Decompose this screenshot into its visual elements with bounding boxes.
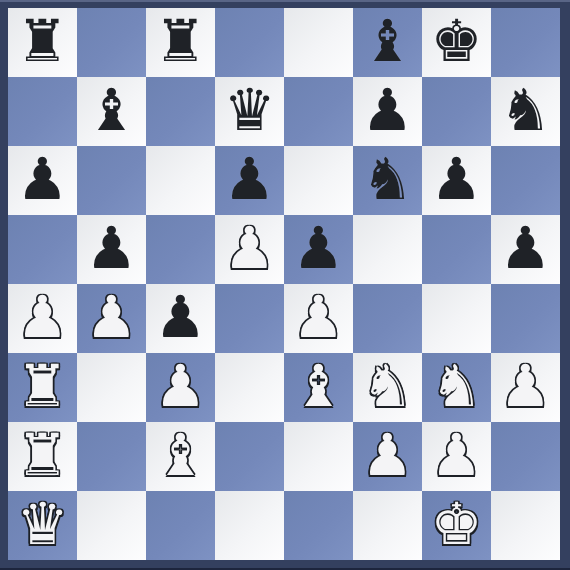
- square-a2[interactable]: ♜: [8, 422, 77, 491]
- piece-white-pawn[interactable]: ♟: [86, 288, 138, 346]
- square-d7[interactable]: ♛: [215, 77, 284, 146]
- square-b6[interactable]: [77, 146, 146, 215]
- square-f3[interactable]: ♞: [353, 353, 422, 422]
- square-c3[interactable]: ♟: [146, 353, 215, 422]
- square-h4[interactable]: [491, 284, 560, 353]
- square-g1[interactable]: ♚: [422, 491, 491, 560]
- square-e4[interactable]: ♟: [284, 284, 353, 353]
- square-c8[interactable]: ♜: [146, 8, 215, 77]
- square-a1[interactable]: ♛: [8, 491, 77, 560]
- piece-black-rook[interactable]: ♜: [155, 12, 207, 70]
- piece-black-pawn[interactable]: ♟: [431, 150, 483, 208]
- piece-black-king[interactable]: ♚: [431, 12, 483, 70]
- square-d2[interactable]: [215, 422, 284, 491]
- board-frame: ♜♜♝♚♝♛♟♞♟♟♞♟♟♟♟♟♟♟♟♟♜♟♝♞♞♟♜♝♟♟♛♚: [0, 0, 570, 570]
- piece-white-pawn[interactable]: ♟: [293, 288, 345, 346]
- square-g2[interactable]: ♟: [422, 422, 491, 491]
- square-d3[interactable]: [215, 353, 284, 422]
- square-g8[interactable]: ♚: [422, 8, 491, 77]
- piece-white-pawn[interactable]: ♟: [155, 357, 207, 415]
- piece-white-pawn[interactable]: ♟: [431, 426, 483, 484]
- square-a8[interactable]: ♜: [8, 8, 77, 77]
- square-f1[interactable]: [353, 491, 422, 560]
- piece-black-pawn[interactable]: ♟: [155, 288, 207, 346]
- piece-white-king[interactable]: ♚: [431, 495, 483, 553]
- square-g4[interactable]: [422, 284, 491, 353]
- piece-white-bishop[interactable]: ♝: [155, 426, 207, 484]
- square-h2[interactable]: [491, 422, 560, 491]
- square-b8[interactable]: [77, 8, 146, 77]
- square-h5[interactable]: ♟: [491, 215, 560, 284]
- square-f4[interactable]: [353, 284, 422, 353]
- piece-black-pawn[interactable]: ♟: [224, 150, 276, 208]
- square-h3[interactable]: ♟: [491, 353, 560, 422]
- square-e2[interactable]: [284, 422, 353, 491]
- piece-black-rook[interactable]: ♜: [17, 12, 69, 70]
- piece-black-bishop[interactable]: ♝: [362, 12, 414, 70]
- square-e8[interactable]: [284, 8, 353, 77]
- square-e5[interactable]: ♟: [284, 215, 353, 284]
- piece-white-rook[interactable]: ♜: [17, 357, 69, 415]
- square-e3[interactable]: ♝: [284, 353, 353, 422]
- piece-black-pawn[interactable]: ♟: [293, 219, 345, 277]
- square-g5[interactable]: [422, 215, 491, 284]
- piece-black-pawn[interactable]: ♟: [17, 150, 69, 208]
- piece-white-pawn[interactable]: ♟: [500, 357, 552, 415]
- piece-black-knight[interactable]: ♞: [362, 150, 414, 208]
- square-e1[interactable]: [284, 491, 353, 560]
- piece-black-pawn[interactable]: ♟: [362, 81, 414, 139]
- square-h8[interactable]: [491, 8, 560, 77]
- square-b3[interactable]: [77, 353, 146, 422]
- square-e7[interactable]: [284, 77, 353, 146]
- piece-black-pawn[interactable]: ♟: [500, 219, 552, 277]
- piece-white-pawn[interactable]: ♟: [362, 426, 414, 484]
- square-a6[interactable]: ♟: [8, 146, 77, 215]
- square-c1[interactable]: [146, 491, 215, 560]
- square-f5[interactable]: [353, 215, 422, 284]
- square-c6[interactable]: [146, 146, 215, 215]
- square-d1[interactable]: [215, 491, 284, 560]
- piece-white-bishop[interactable]: ♝: [293, 357, 345, 415]
- piece-white-knight[interactable]: ♞: [431, 357, 483, 415]
- square-a4[interactable]: ♟: [8, 284, 77, 353]
- square-f2[interactable]: ♟: [353, 422, 422, 491]
- square-f8[interactable]: ♝: [353, 8, 422, 77]
- square-h7[interactable]: ♞: [491, 77, 560, 146]
- square-b2[interactable]: [77, 422, 146, 491]
- square-a3[interactable]: ♜: [8, 353, 77, 422]
- square-c4[interactable]: ♟: [146, 284, 215, 353]
- square-b5[interactable]: ♟: [77, 215, 146, 284]
- square-g3[interactable]: ♞: [422, 353, 491, 422]
- piece-black-bishop[interactable]: ♝: [86, 81, 138, 139]
- square-h1[interactable]: [491, 491, 560, 560]
- square-b1[interactable]: [77, 491, 146, 560]
- square-f6[interactable]: ♞: [353, 146, 422, 215]
- square-d4[interactable]: [215, 284, 284, 353]
- square-d6[interactable]: ♟: [215, 146, 284, 215]
- square-b7[interactable]: ♝: [77, 77, 146, 146]
- square-c5[interactable]: [146, 215, 215, 284]
- piece-black-knight[interactable]: ♞: [500, 81, 552, 139]
- piece-white-knight[interactable]: ♞: [362, 357, 414, 415]
- square-a5[interactable]: [8, 215, 77, 284]
- piece-white-pawn[interactable]: ♟: [224, 219, 276, 277]
- square-a7[interactable]: [8, 77, 77, 146]
- piece-black-queen[interactable]: ♛: [224, 81, 276, 139]
- square-g6[interactable]: ♟: [422, 146, 491, 215]
- square-e6[interactable]: [284, 146, 353, 215]
- square-f7[interactable]: ♟: [353, 77, 422, 146]
- piece-white-queen[interactable]: ♛: [17, 495, 69, 553]
- square-b4[interactable]: ♟: [77, 284, 146, 353]
- chess-board: ♜♜♝♚♝♛♟♞♟♟♞♟♟♟♟♟♟♟♟♟♜♟♝♞♞♟♜♝♟♟♛♚: [8, 8, 560, 560]
- square-h6[interactable]: [491, 146, 560, 215]
- square-c7[interactable]: [146, 77, 215, 146]
- square-c2[interactable]: ♝: [146, 422, 215, 491]
- piece-white-pawn[interactable]: ♟: [17, 288, 69, 346]
- square-d8[interactable]: [215, 8, 284, 77]
- square-g7[interactable]: [422, 77, 491, 146]
- square-d5[interactable]: ♟: [215, 215, 284, 284]
- piece-white-rook[interactable]: ♜: [17, 426, 69, 484]
- piece-black-pawn[interactable]: ♟: [86, 219, 138, 277]
